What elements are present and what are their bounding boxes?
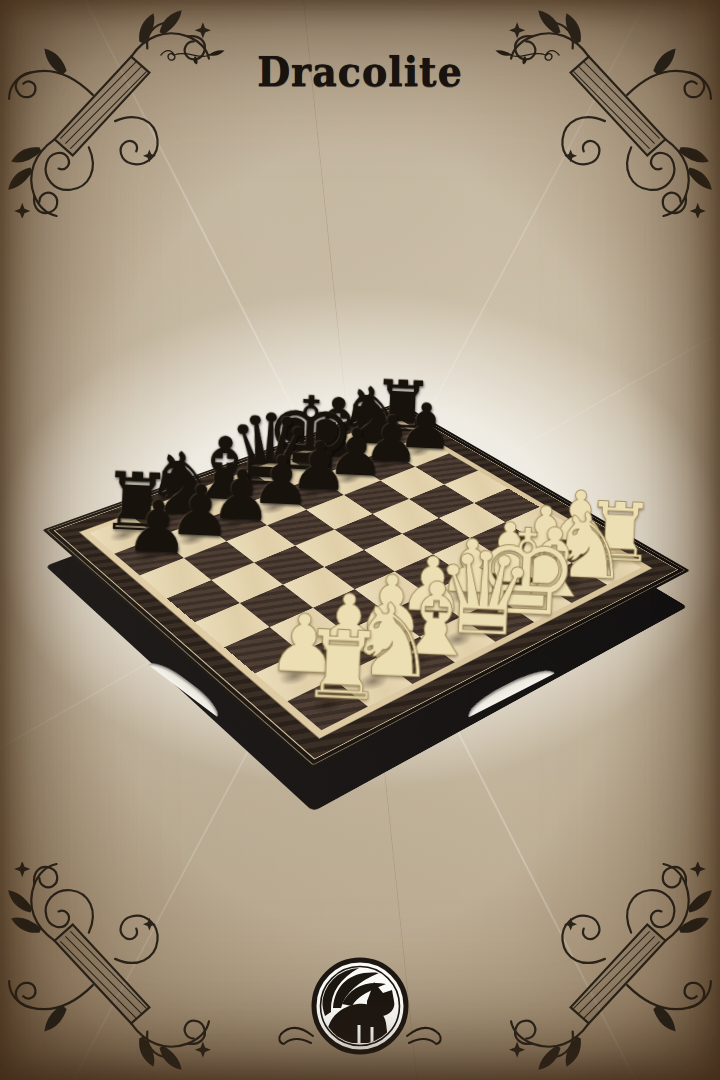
square-a1: ♜ [287, 679, 368, 730]
square-g5 [409, 485, 474, 519]
board-box-top: ♜♞♝♛♚♝♞♜♟♟♟♟♟♟♟♟♟♟♟♟♟♟♟♟♜♞♝♛♚♝♞♜ [42, 402, 689, 769]
brand-logo [275, 950, 445, 1070]
square-a4 [195, 603, 270, 647]
chess-board: ♜♞♝♛♚♝♞♜♟♟♟♟♟♟♟♟♟♟♟♟♟♟♟♟♜♞♝♛♚♝♞♜ [42, 402, 689, 769]
piece-white-rook: ♜ [299, 618, 360, 714]
logo-flourish-left [279, 1028, 313, 1044]
square-f5 [373, 499, 439, 534]
chess-set-photo: ♜♞♝♛♚♝♞♜♟♟♟♟♟♟♟♟♟♟♟♟♟♟♟♟♜♞♝♛♚♝♞♜ [0, 0, 720, 1080]
product-poster: Dracolite ♜♞♝♛♚♝♞♜♟♟♟♟♟♟♟♟♟♟♟♟♟♟♟♟♜♞♝♛♚♝… [0, 0, 720, 1080]
square-a6 [140, 558, 211, 598]
logo-flourish-right [407, 1028, 441, 1044]
piece-black-pawn: ♟ [124, 490, 177, 563]
square-h6 [415, 453, 478, 484]
